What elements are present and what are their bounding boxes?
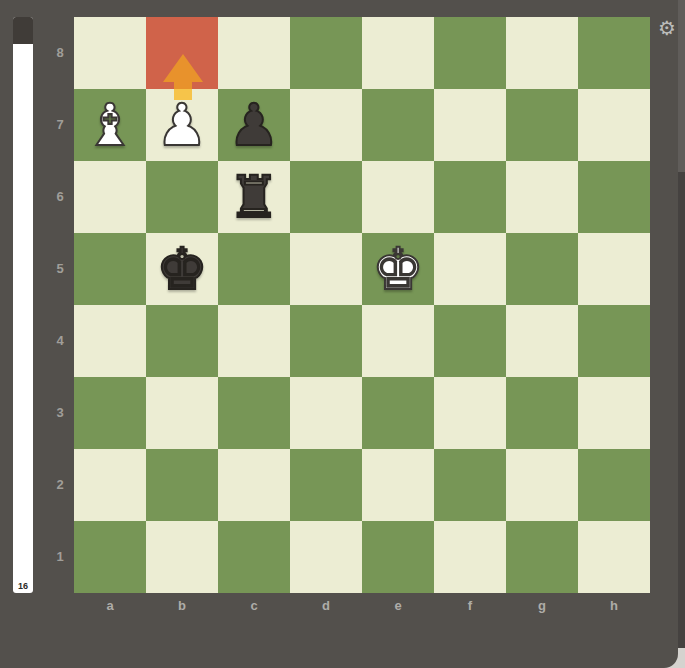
square-c8[interactable] xyxy=(218,17,290,89)
square-e4[interactable] xyxy=(362,305,434,377)
square-d7[interactable] xyxy=(290,89,362,161)
square-g5[interactable] xyxy=(506,233,578,305)
square-e2[interactable] xyxy=(362,449,434,521)
square-d3[interactable] xyxy=(290,377,362,449)
file-label-h: h xyxy=(578,597,650,617)
piece-black-rook[interactable]: ♜ xyxy=(218,161,290,233)
square-c4[interactable] xyxy=(218,305,290,377)
rank-label-3: 3 xyxy=(50,377,70,449)
square-b4[interactable] xyxy=(146,305,218,377)
square-h1[interactable] xyxy=(578,521,650,593)
square-c1[interactable] xyxy=(218,521,290,593)
square-c5[interactable] xyxy=(218,233,290,305)
evaluation-score: 16 xyxy=(13,581,33,591)
square-b1[interactable] xyxy=(146,521,218,593)
piece-black-pawn[interactable]: ♟ xyxy=(218,89,290,161)
piece-white-pawn[interactable]: ♟ xyxy=(146,89,218,161)
square-h2[interactable] xyxy=(578,449,650,521)
file-label-g: g xyxy=(506,597,578,617)
square-h5[interactable] xyxy=(578,233,650,305)
square-a1[interactable] xyxy=(74,521,146,593)
square-f4[interactable] xyxy=(434,305,506,377)
square-e6[interactable] xyxy=(362,161,434,233)
square-b6[interactable] xyxy=(146,161,218,233)
file-label-a: a xyxy=(74,597,146,617)
square-b8-highlighted[interactable] xyxy=(146,17,218,89)
analysis-panel: 16 87654321 ♝♟♟♜♚♚ abcdefgh ⚙ xyxy=(0,0,678,668)
square-f7[interactable] xyxy=(434,89,506,161)
square-a5[interactable] xyxy=(74,233,146,305)
square-f1[interactable] xyxy=(434,521,506,593)
file-label-c: c xyxy=(218,597,290,617)
square-f6[interactable] xyxy=(434,161,506,233)
square-g2[interactable] xyxy=(506,449,578,521)
square-a3[interactable] xyxy=(74,377,146,449)
square-e7[interactable] xyxy=(362,89,434,161)
square-c2[interactable] xyxy=(218,449,290,521)
square-d6[interactable] xyxy=(290,161,362,233)
square-e8[interactable] xyxy=(362,17,434,89)
rank-label-4: 4 xyxy=(50,305,70,377)
file-label-d: d xyxy=(290,597,362,617)
square-g7[interactable] xyxy=(506,89,578,161)
rank-label-1: 1 xyxy=(50,521,70,593)
piece-white-bishop[interactable]: ♝ xyxy=(74,89,146,161)
rank-label-2: 2 xyxy=(50,449,70,521)
square-h3[interactable] xyxy=(578,377,650,449)
file-label-f: f xyxy=(434,597,506,617)
square-e3[interactable] xyxy=(362,377,434,449)
evaluation-bar: 16 xyxy=(13,17,33,593)
square-e1[interactable] xyxy=(362,521,434,593)
square-a8[interactable] xyxy=(74,17,146,89)
square-h8[interactable] xyxy=(578,17,650,89)
square-h7[interactable] xyxy=(578,89,650,161)
square-g6[interactable] xyxy=(506,161,578,233)
square-g4[interactable] xyxy=(506,305,578,377)
square-d4[interactable] xyxy=(290,305,362,377)
square-d1[interactable] xyxy=(290,521,362,593)
square-h4[interactable] xyxy=(578,305,650,377)
square-g8[interactable] xyxy=(506,17,578,89)
square-a4[interactable] xyxy=(74,305,146,377)
square-f3[interactable] xyxy=(434,377,506,449)
settings-icon[interactable]: ⚙ xyxy=(655,15,679,41)
square-a2[interactable] xyxy=(74,449,146,521)
square-g3[interactable] xyxy=(506,377,578,449)
square-g1[interactable] xyxy=(506,521,578,593)
scrollbar-thumb[interactable] xyxy=(678,0,685,172)
file-labels: abcdefgh xyxy=(74,597,650,617)
square-d8[interactable] xyxy=(290,17,362,89)
file-label-e: e xyxy=(362,597,434,617)
square-c3[interactable] xyxy=(218,377,290,449)
square-f8[interactable] xyxy=(434,17,506,89)
rank-label-8: 8 xyxy=(50,17,70,89)
square-d2[interactable] xyxy=(290,449,362,521)
piece-white-king[interactable]: ♚ xyxy=(362,233,434,305)
rank-label-6: 6 xyxy=(50,161,70,233)
rank-label-7: 7 xyxy=(50,89,70,161)
square-d5[interactable] xyxy=(290,233,362,305)
piece-black-king[interactable]: ♚ xyxy=(146,233,218,305)
rank-label-5: 5 xyxy=(50,233,70,305)
square-f5[interactable] xyxy=(434,233,506,305)
square-a6[interactable] xyxy=(74,161,146,233)
square-b3[interactable] xyxy=(146,377,218,449)
evaluation-bar-black-portion xyxy=(13,17,33,44)
square-b2[interactable] xyxy=(146,449,218,521)
scrollbar-track[interactable] xyxy=(678,0,685,648)
board: ♝♟♟♜♚♚ xyxy=(74,17,650,593)
rank-labels: 87654321 xyxy=(50,17,70,593)
square-f2[interactable] xyxy=(434,449,506,521)
square-h6[interactable] xyxy=(578,161,650,233)
file-label-b: b xyxy=(146,597,218,617)
